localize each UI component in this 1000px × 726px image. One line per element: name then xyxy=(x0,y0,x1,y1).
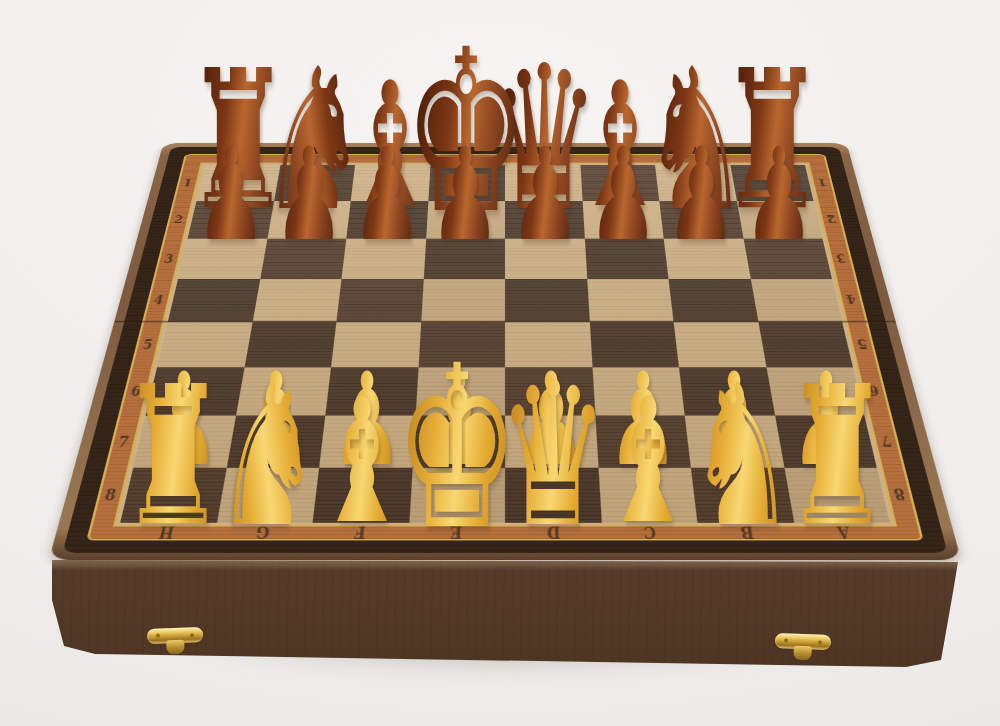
square-a4[interactable] xyxy=(750,279,842,322)
rank-label-right-3-text: 3 xyxy=(835,252,847,266)
piece-black-pawn-b2[interactable]: ♟ xyxy=(666,131,737,259)
piece-black-pawn-c2[interactable]: ♟ xyxy=(587,131,658,259)
piece-black-pawn-e2[interactable]: ♟ xyxy=(430,131,501,259)
rank-label-right-8-text: 8 xyxy=(892,485,907,504)
piece-white-king-e8[interactable]: ♚ xyxy=(394,336,519,561)
piece-black-pawn-d2[interactable]: ♟ xyxy=(509,131,580,259)
square-e4[interactable] xyxy=(421,279,505,322)
brass-latch-left xyxy=(147,627,203,644)
rank-label-left-4-text: 4 xyxy=(152,293,165,308)
brass-latch-right xyxy=(775,633,831,650)
rank-label-right-4: 4 xyxy=(841,293,861,308)
piece-black-pawn-a2[interactable]: ♟ xyxy=(744,131,815,259)
piece-white-knight-g8[interactable]: ♞ xyxy=(213,358,322,554)
piece-black-pawn-f2[interactable]: ♟ xyxy=(352,131,423,259)
rank-label-left-3: 3 xyxy=(159,252,179,266)
piece-white-rook-a8[interactable]: ♜ xyxy=(783,361,890,553)
square-d4[interactable] xyxy=(505,279,589,322)
piece-black-pawn-g2[interactable]: ♟ xyxy=(273,131,344,259)
square-b4[interactable] xyxy=(668,279,757,322)
square-h4[interactable] xyxy=(168,279,260,322)
rank-label-left-8-text: 8 xyxy=(103,485,118,504)
rank-label-right-2-text: 2 xyxy=(825,213,837,226)
piece-white-bishop-c8[interactable]: ♝ xyxy=(600,377,696,549)
piece-white-bishop-f8[interactable]: ♝ xyxy=(315,377,411,549)
piece-black-pawn-h2[interactable]: ♟ xyxy=(195,131,266,259)
rank-label-left-3-text: 3 xyxy=(163,252,175,266)
rank-label-right-3: 3 xyxy=(831,252,851,266)
photo-scene: 11H22G33F44E55D66C77B88A ♜♞♝♛♚♝♞♜♟♟♟♟♟♟♟… xyxy=(0,0,1000,726)
square-f4[interactable] xyxy=(336,279,423,322)
rank-label-left-4: 4 xyxy=(148,293,168,308)
rank-label-left-2-text: 2 xyxy=(173,213,185,226)
piece-white-knight-b8[interactable]: ♞ xyxy=(688,358,797,554)
square-c4[interactable] xyxy=(587,279,674,322)
square-g4[interactable] xyxy=(252,279,341,322)
piece-white-rook-h8[interactable]: ♜ xyxy=(120,361,227,553)
rank-label-right-4-text: 4 xyxy=(845,293,858,308)
